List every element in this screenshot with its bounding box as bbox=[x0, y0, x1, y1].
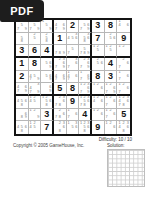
pencil-marks: 3456 bbox=[67, 33, 79, 45]
cell-r1c9: 146 bbox=[117, 20, 130, 33]
given-digit: 4 bbox=[44, 46, 49, 55]
pencil-marks: 1356 bbox=[67, 121, 79, 134]
given-digit: 6 bbox=[32, 46, 37, 55]
cell-r9c1: 4568 bbox=[16, 121, 29, 134]
pencil-marks: 23679 bbox=[54, 58, 66, 70]
cell-r6c9: 1267 bbox=[117, 83, 130, 96]
pencil-marks: 167 bbox=[117, 71, 130, 83]
cell-r3c1: 3 bbox=[16, 45, 29, 58]
pencil-marks: 123568 bbox=[79, 121, 90, 134]
given-digit: 4 bbox=[108, 59, 113, 68]
cell-r9c4: 2368 bbox=[54, 121, 67, 134]
pencil-marks: 5789 bbox=[79, 45, 90, 56]
pencil-marks: 159 bbox=[41, 20, 52, 32]
given-digit: 3 bbox=[19, 46, 24, 55]
given-digit: 9 bbox=[95, 123, 100, 132]
cell-r7c5: 9 bbox=[67, 96, 80, 109]
cell-r5c9: 167 bbox=[117, 71, 130, 84]
cell-r7c7: 1246 bbox=[92, 96, 105, 109]
cell-r2c6: 3568 bbox=[79, 33, 92, 46]
cell-r3c3: 4 bbox=[41, 45, 54, 58]
pencil-marks: 1267 bbox=[105, 96, 117, 108]
difficulty-text: Difficulty: 10 / 10 bbox=[14, 137, 132, 142]
pencil-marks: 123679 bbox=[79, 83, 90, 94]
cell-r4c5: 367 bbox=[67, 58, 80, 71]
cell-r2c7: 7 bbox=[92, 33, 105, 46]
cell-r8c9: 5 bbox=[117, 109, 130, 122]
pencil-marks: 1679 bbox=[79, 71, 90, 83]
pencil-marks: 2368 bbox=[54, 121, 66, 134]
cell-r3c2: 6 bbox=[29, 45, 42, 58]
pencil-marks: 5679 bbox=[79, 20, 90, 32]
cell-r3c5: 57 bbox=[67, 45, 80, 58]
pencil-marks: 1235678 bbox=[79, 96, 90, 108]
cell-r7c4: 23678 bbox=[54, 96, 67, 109]
pencil-marks: 125 bbox=[92, 45, 104, 56]
given-digit: 8 bbox=[70, 84, 75, 93]
cell-r5c1: 2 bbox=[16, 71, 29, 84]
pencil-marks: 23678 bbox=[54, 96, 66, 108]
pencil-marks: 12 bbox=[117, 45, 130, 56]
cell-r8c8: 1267 bbox=[105, 109, 118, 122]
pencil-marks: 4679 bbox=[54, 20, 66, 32]
cell-r1c6: 5679 bbox=[79, 20, 92, 33]
pencil-marks: 25 bbox=[29, 33, 41, 45]
cell-r4c4: 23679 bbox=[54, 58, 67, 71]
copyright-text: Copyright © 2005 GameHouse, Inc. bbox=[13, 143, 84, 148]
given-digit: 3 bbox=[95, 21, 100, 30]
pencil-marks: 1267 bbox=[105, 109, 117, 121]
cell-r8c6: 4 bbox=[79, 109, 92, 122]
cell-r4c3: 569 bbox=[41, 58, 54, 71]
pdf-badge-label: PDF bbox=[10, 5, 34, 17]
pencil-marks: 4679 bbox=[54, 71, 66, 83]
pencil-marks: 146 bbox=[117, 20, 130, 32]
cell-r2c8: 256 bbox=[105, 33, 118, 46]
cell-r9c7: 9 bbox=[92, 121, 105, 134]
given-digit: 8 bbox=[95, 72, 100, 81]
cell-r6c3: 69 bbox=[41, 83, 54, 96]
cell-r8c3: 3 bbox=[41, 109, 54, 122]
cell-r5c8: 3 bbox=[105, 71, 118, 84]
pencil-marks: 569 bbox=[41, 71, 52, 83]
cell-r6c1: 4679 bbox=[16, 83, 29, 96]
pdf-badge[interactable]: PDF bbox=[0, 0, 44, 22]
cell-r7c3: 12568 bbox=[41, 96, 54, 109]
cell-r3c4: 789 bbox=[54, 45, 67, 58]
pencil-marks: 1234678 bbox=[117, 96, 130, 108]
pencil-marks: 126 bbox=[105, 121, 117, 134]
solution-label: Solution: bbox=[107, 143, 125, 148]
cell-r4c6: 23679 bbox=[79, 58, 92, 71]
pencil-marks: 256 bbox=[92, 58, 104, 70]
cell-r9c3: 7 bbox=[41, 121, 54, 134]
given-digit: 9 bbox=[70, 97, 75, 106]
pencil-marks: 69 bbox=[41, 83, 52, 94]
given-digit: 3 bbox=[108, 72, 113, 81]
cell-r1c5: 2 bbox=[67, 20, 80, 33]
pencil-marks: 4568 bbox=[16, 96, 28, 108]
cell-r2c9: 9 bbox=[117, 33, 130, 46]
cell-r2c5: 3456 bbox=[67, 33, 80, 46]
cell-r4c8: 4 bbox=[105, 58, 118, 71]
cell-r5c3: 569 bbox=[41, 71, 54, 84]
pencil-marks: 3479 bbox=[29, 83, 41, 94]
cell-r9c2: 1245 bbox=[29, 121, 42, 134]
pencil-marks: 689 bbox=[16, 109, 28, 121]
sudoku-board: 5791579159467925679381465825258134563568… bbox=[14, 18, 132, 136]
cell-r9c9: 123468 bbox=[117, 121, 130, 134]
pencil-marks: 4679 bbox=[16, 83, 28, 94]
given-digit: 1 bbox=[57, 34, 62, 43]
cell-r6c7: 126 bbox=[92, 83, 105, 96]
cell-r4c1: 1 bbox=[16, 58, 29, 71]
pencil-marks: 126 bbox=[92, 109, 104, 121]
cell-r5c6: 1679 bbox=[79, 71, 92, 84]
pencil-marks: 569 bbox=[41, 58, 52, 70]
pencil-marks: 267 bbox=[117, 58, 130, 70]
pencil-marks: 129 bbox=[29, 109, 41, 121]
cell-r3c6: 5789 bbox=[79, 45, 92, 58]
cell-r2c2: 25 bbox=[29, 33, 42, 46]
cell-r4c7: 256 bbox=[92, 58, 105, 71]
given-digit: 2 bbox=[19, 72, 24, 81]
pencil-marks: 167 bbox=[67, 109, 79, 121]
cell-r7c8: 1267 bbox=[105, 96, 118, 109]
pencil-marks: 23679 bbox=[79, 58, 90, 70]
cell-r4c2: 8 bbox=[29, 58, 42, 71]
pencil-marks: 126 bbox=[92, 83, 104, 94]
pencil-marks: 1267 bbox=[117, 83, 130, 94]
pencil-marks: 12568 bbox=[41, 96, 52, 108]
pencil-marks: 3568 bbox=[79, 33, 90, 45]
given-digit: 7 bbox=[95, 34, 100, 43]
cell-r8c7: 126 bbox=[92, 109, 105, 122]
cell-r4c9: 267 bbox=[117, 58, 130, 71]
cell-r6c5: 8 bbox=[67, 83, 80, 96]
cell-r7c2: 1245 bbox=[29, 96, 42, 109]
cell-r8c4: 2678 bbox=[54, 109, 67, 122]
solution-grid bbox=[107, 149, 145, 187]
cell-r8c5: 167 bbox=[67, 109, 80, 122]
cell-r8c1: 689 bbox=[16, 109, 29, 122]
cell-r8c2: 129 bbox=[29, 109, 42, 122]
cell-r5c5: 1467 bbox=[67, 71, 80, 84]
cell-r1c3: 159 bbox=[41, 20, 54, 33]
cell-r9c5: 1356 bbox=[67, 121, 80, 134]
cell-r2c1: 58 bbox=[16, 33, 29, 46]
given-digit: 3 bbox=[44, 110, 49, 119]
cell-r6c8: 12679 bbox=[105, 83, 118, 96]
cell-r3c7: 125 bbox=[92, 45, 105, 58]
pdf-preview-page: 5791579159467925679381465825258134563568… bbox=[0, 0, 149, 198]
pencil-marks: 1467 bbox=[67, 71, 79, 83]
given-digit: 4 bbox=[82, 110, 87, 119]
cell-r6c4: 5 bbox=[54, 83, 67, 96]
given-digit: 7 bbox=[44, 123, 49, 132]
given-digit: 8 bbox=[32, 59, 37, 68]
pencil-marks: 1245 bbox=[29, 96, 41, 108]
pencil-marks: 1246 bbox=[92, 96, 104, 108]
pencil-marks: 4579 bbox=[29, 71, 41, 83]
cell-r1c7: 3 bbox=[92, 20, 105, 33]
pencil-marks: 4568 bbox=[16, 121, 28, 134]
pencil-marks: 256 bbox=[105, 33, 117, 45]
cell-r5c7: 8 bbox=[92, 71, 105, 84]
cell-r3c8: 125 bbox=[105, 45, 118, 58]
cell-r7c9: 1234678 bbox=[117, 96, 130, 109]
given-digit: 5 bbox=[57, 84, 62, 93]
cell-r9c6: 123568 bbox=[79, 121, 92, 134]
pencil-marks: 58 bbox=[16, 33, 28, 45]
given-digit: 9 bbox=[121, 34, 126, 43]
pencil-marks: 789 bbox=[54, 45, 66, 56]
cell-r1c8: 8 bbox=[105, 20, 118, 33]
cell-r7c6: 1235678 bbox=[79, 96, 92, 109]
given-digit: 5 bbox=[121, 110, 126, 119]
cell-r2c3: 258 bbox=[41, 33, 54, 46]
pencil-marks: 367 bbox=[67, 58, 79, 70]
pencil-marks: 57 bbox=[67, 45, 79, 56]
cell-r5c4: 4679 bbox=[54, 71, 67, 84]
pencil-marks: 258 bbox=[41, 33, 52, 45]
cell-r2c4: 1 bbox=[54, 33, 67, 46]
cell-r7c1: 4568 bbox=[16, 96, 29, 109]
cell-r5c2: 4579 bbox=[29, 71, 42, 84]
given-digit: 8 bbox=[108, 21, 113, 30]
cell-r3c9: 12 bbox=[117, 45, 130, 58]
pencil-marks: 123468 bbox=[117, 121, 130, 134]
given-digit: 2 bbox=[70, 21, 75, 30]
cell-r6c2: 3479 bbox=[29, 83, 42, 96]
pencil-marks: 125 bbox=[105, 45, 117, 56]
pencil-marks: 12679 bbox=[105, 83, 117, 94]
given-digit: 1 bbox=[19, 59, 24, 68]
cell-r6c6: 123679 bbox=[79, 83, 92, 96]
pencil-marks: 2678 bbox=[54, 109, 66, 121]
cell-r1c4: 4679 bbox=[54, 20, 67, 33]
pencil-marks: 1245 bbox=[29, 121, 41, 134]
cell-r9c8: 126 bbox=[105, 121, 118, 134]
